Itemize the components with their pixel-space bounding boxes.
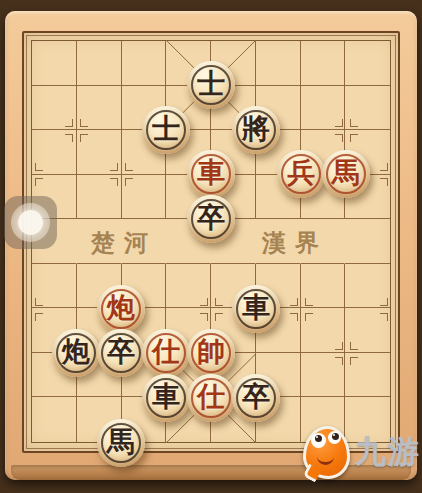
assistive-touch-button[interactable] [4,196,57,249]
board-cell [166,264,211,309]
xiangqi-board: 楚河 漢界 士士將車兵馬卒炮車炮卒仕帥車仕卒馬 [5,11,417,480]
piece-black-chariot[interactable]: 車 [142,374,190,422]
piece-glyph: 馬 [107,428,135,456]
piece-glyph: 士 [197,70,225,98]
piece-red-soldier[interactable]: 兵 [277,150,325,198]
board-cell [77,86,122,131]
board-cell [122,175,167,220]
piece-glyph: 炮 [107,294,135,322]
board-cell [301,353,346,398]
piece-black-advisor[interactable]: 士 [187,61,235,109]
board-cell [32,86,77,131]
piece-glyph: 炮 [62,338,90,366]
board-cell [32,264,77,309]
piece-glyph: 將 [242,115,270,143]
board-cell [345,308,390,353]
jiuyou-logo-text: 九游 [355,431,422,473]
piece-black-advisor[interactable]: 士 [142,106,190,154]
board-cell [32,130,77,175]
board-cell [345,41,390,86]
piece-glyph: 卒 [242,383,270,411]
piece-glyph: 卒 [197,204,225,232]
board-cell [122,41,167,86]
board-cell [77,130,122,175]
board-cell [345,219,390,264]
board-cell [345,264,390,309]
board-cell [32,41,77,86]
piece-red-advisor[interactable]: 仕 [187,374,235,422]
river-label-left: 楚河 [91,227,157,257]
piece-black-general[interactable]: 將 [232,106,280,154]
jiuyou-mascot-icon [303,426,350,479]
piece-glyph: 車 [197,159,225,187]
piece-glyph: 卒 [107,338,135,366]
board-cell [77,175,122,220]
piece-glyph: 帥 [197,338,225,366]
piece-red-horse[interactable]: 馬 [322,150,370,198]
board-cell [77,41,122,86]
piece-black-soldier[interactable]: 卒 [187,195,235,243]
piece-glyph: 士 [152,115,180,143]
piece-black-chariot[interactable]: 車 [232,285,280,333]
board-cell [301,41,346,86]
piece-red-cannon[interactable]: 炮 [97,285,145,333]
piece-glyph: 仕 [197,383,225,411]
piece-glyph: 馬 [332,159,360,187]
board-cell [301,264,346,309]
xiangqi-game-screen: 楚河 漢界 士士將車兵馬卒炮車炮卒仕帥車仕卒馬 九游 [0,0,422,493]
board-cell [256,41,301,86]
piece-glyph: 車 [152,383,180,411]
piece-glyph: 仕 [152,338,180,366]
board-cell [345,86,390,131]
piece-black-soldier[interactable]: 卒 [232,374,280,422]
board-cell [345,353,390,398]
piece-glyph: 兵 [287,159,315,187]
board-cell [32,397,77,442]
piece-black-horse[interactable]: 馬 [97,419,145,467]
piece-glyph: 車 [242,294,270,322]
board-cell [301,308,346,353]
river-label-right: 漢界 [262,227,328,257]
piece-red-chariot[interactable]: 車 [187,150,235,198]
board-cell [301,86,346,131]
jiuyou-watermark: 九游 [303,423,422,481]
board-grid-area[interactable]: 楚河 漢界 士士將車兵馬卒炮車炮卒仕帥車仕卒馬 [31,40,391,443]
